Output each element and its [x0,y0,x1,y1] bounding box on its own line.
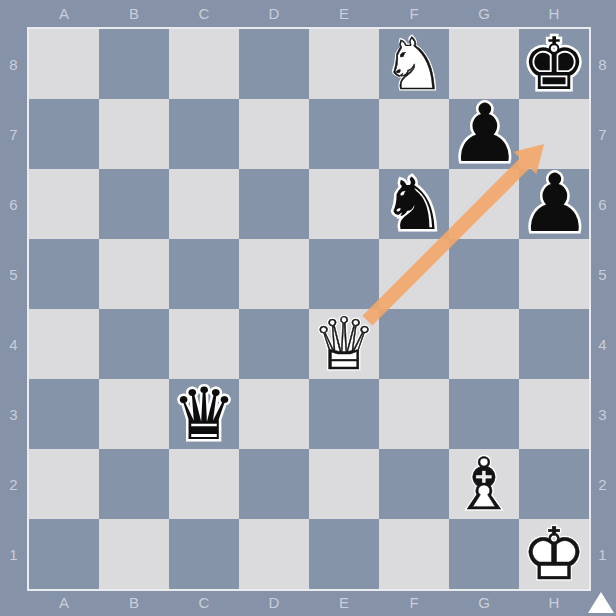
file-label-f: F [379,589,449,616]
square-a3[interactable] [29,379,99,449]
square-f3[interactable] [379,379,449,449]
chess-board[interactable]: ♞♘♚♚♟♟♞♞♟♟♛♕♛♛♝♗♚♔ [27,27,591,591]
square-d7[interactable] [239,99,309,169]
square-c7[interactable] [169,99,239,169]
rank-labels-right: 87654321 [589,29,616,589]
rank-label-3: 3 [0,379,27,449]
file-label-g: G [449,0,519,27]
white-to-move-indicator [588,592,614,613]
square-h1[interactable]: ♚♔ [519,519,589,589]
square-g3[interactable] [449,379,519,449]
white-knight-f8[interactable]: ♞♘ [379,29,449,99]
file-labels-bottom: ABCDEFGH [29,589,589,616]
square-b6[interactable] [99,169,169,239]
file-label-d: D [239,0,309,27]
square-f2[interactable] [379,449,449,519]
white-king-h1[interactable]: ♚♔ [519,519,589,589]
black-queen-c3[interactable]: ♛♛ [169,379,239,449]
rank-label-1: 1 [589,519,616,589]
white-king-glyph-outline: ♔ [522,519,587,589]
file-label-g: G [449,589,519,616]
square-g1[interactable] [449,519,519,589]
chess-board-frame: ABCDEFGH ABCDEFGH 87654321 87654321 ♞♘♚♚… [0,0,616,616]
file-label-e: E [309,0,379,27]
white-queen-e4[interactable]: ♛♕ [309,309,379,379]
square-g5[interactable] [449,239,519,309]
square-f7[interactable] [379,99,449,169]
square-e6[interactable] [309,169,379,239]
square-e4[interactable]: ♛♕ [309,309,379,379]
square-b8[interactable] [99,29,169,99]
rank-label-7: 7 [589,99,616,169]
square-c6[interactable] [169,169,239,239]
square-f4[interactable] [379,309,449,379]
white-knight-glyph-outline: ♘ [382,29,447,99]
file-label-b: B [99,0,169,27]
file-label-a: A [29,589,99,616]
square-e8[interactable] [309,29,379,99]
square-c4[interactable] [169,309,239,379]
square-f5[interactable] [379,239,449,309]
file-label-b: B [99,589,169,616]
square-c5[interactable] [169,239,239,309]
square-d8[interactable] [239,29,309,99]
square-d2[interactable] [239,449,309,519]
square-h3[interactable] [519,379,589,449]
square-d5[interactable] [239,239,309,309]
square-b4[interactable] [99,309,169,379]
square-e1[interactable] [309,519,379,589]
rank-label-4: 4 [0,309,27,379]
square-f8[interactable]: ♞♘ [379,29,449,99]
square-d1[interactable] [239,519,309,589]
square-b5[interactable] [99,239,169,309]
file-label-c: C [169,0,239,27]
square-d4[interactable] [239,309,309,379]
square-f1[interactable] [379,519,449,589]
file-label-c: C [169,589,239,616]
square-a2[interactable] [29,449,99,519]
square-e7[interactable] [309,99,379,169]
square-a4[interactable] [29,309,99,379]
rank-label-3: 3 [589,379,616,449]
black-pawn-h6[interactable]: ♟♟ [519,169,589,239]
square-e2[interactable] [309,449,379,519]
square-a7[interactable] [29,99,99,169]
file-label-d: D [239,589,309,616]
rank-label-6: 6 [589,169,616,239]
black-knight-glyph-outline: ♞ [382,169,447,239]
square-c1[interactable] [169,519,239,589]
rank-label-5: 5 [0,239,27,309]
square-d6[interactable] [239,169,309,239]
black-pawn-glyph-outline: ♟ [449,99,521,169]
rank-label-8: 8 [589,29,616,99]
square-g7[interactable]: ♟♟ [449,99,519,169]
square-a6[interactable] [29,169,99,239]
rank-label-5: 5 [589,239,616,309]
square-c2[interactable] [169,449,239,519]
square-c8[interactable] [169,29,239,99]
white-bishop-g2[interactable]: ♝♗ [449,449,519,519]
square-h6[interactable]: ♟♟ [519,169,589,239]
black-knight-f6[interactable]: ♞♞ [379,169,449,239]
square-g4[interactable] [449,309,519,379]
rank-label-6: 6 [0,169,27,239]
square-a1[interactable] [29,519,99,589]
black-queen-glyph-outline: ♛ [172,379,237,449]
file-label-e: E [309,589,379,616]
white-queen-glyph-outline: ♕ [312,309,377,379]
black-pawn-glyph-outline: ♟ [519,169,591,239]
square-f6[interactable]: ♞♞ [379,169,449,239]
square-b2[interactable] [99,449,169,519]
square-b1[interactable] [99,519,169,589]
file-label-a: A [29,0,99,27]
black-king-glyph-outline: ♚ [522,29,587,99]
square-e3[interactable] [309,379,379,449]
rank-label-2: 2 [0,449,27,519]
rank-label-8: 8 [0,29,27,99]
square-b7[interactable] [99,99,169,169]
black-king-h8[interactable]: ♚♚ [519,29,589,99]
rank-labels-left: 87654321 [0,29,27,589]
square-h8[interactable]: ♚♚ [519,29,589,99]
square-a5[interactable] [29,239,99,309]
square-c3[interactable]: ♛♛ [169,379,239,449]
square-h4[interactable] [519,309,589,379]
file-labels-top: ABCDEFGH [29,0,589,27]
square-e5[interactable] [309,239,379,309]
white-bishop-glyph-outline: ♗ [452,449,517,519]
rank-label-2: 2 [589,449,616,519]
rank-label-1: 1 [0,519,27,589]
rank-label-4: 4 [589,309,616,379]
square-b3[interactable] [99,379,169,449]
square-h2[interactable] [519,449,589,519]
square-g2[interactable]: ♝♗ [449,449,519,519]
square-d3[interactable] [239,379,309,449]
black-pawn-g7[interactable]: ♟♟ [449,99,519,169]
square-a8[interactable] [29,29,99,99]
rank-label-7: 7 [0,99,27,169]
